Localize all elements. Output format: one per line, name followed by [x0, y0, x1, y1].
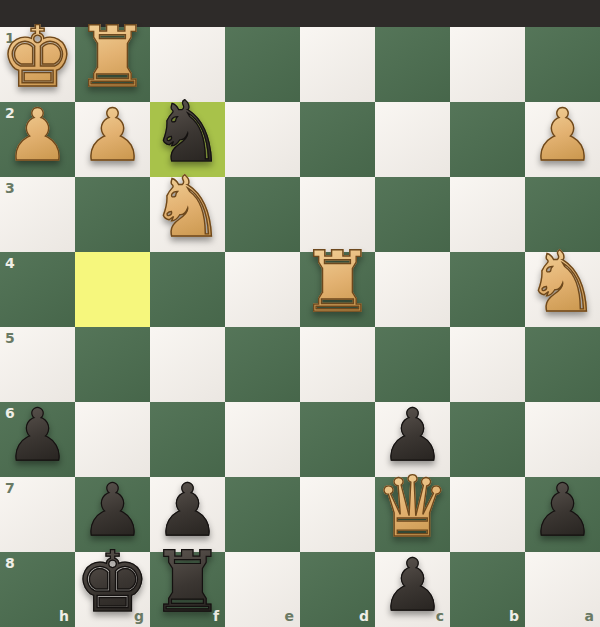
square-e3[interactable] — [225, 177, 300, 252]
square-a8[interactable]: a — [525, 552, 600, 627]
white-pawn-a2[interactable]: ♟ — [525, 102, 600, 177]
rank-label-5: 5 — [5, 331, 15, 345]
square-h4[interactable]: 4 — [0, 252, 75, 327]
rank-label-4: 4 — [5, 256, 15, 270]
square-d6[interactable] — [300, 402, 375, 477]
black-pawn-a7[interactable]: ♟ — [525, 477, 600, 552]
white-pawn-icon: ♟ — [5, 99, 70, 171]
square-e5[interactable] — [225, 327, 300, 402]
square-b4[interactable] — [450, 252, 525, 327]
file-label-d: d — [359, 609, 369, 623]
square-c1[interactable] — [375, 27, 450, 102]
white-knight-icon: ♞ — [525, 240, 600, 324]
square-h8[interactable]: 8h — [0, 552, 75, 627]
white-rook-g1[interactable]: ♜ — [75, 27, 150, 102]
black-pawn-icon: ♟ — [380, 549, 445, 621]
square-b7[interactable] — [450, 477, 525, 552]
square-h5[interactable]: 5 — [0, 327, 75, 402]
square-h7[interactable]: 7 — [0, 477, 75, 552]
square-e4[interactable] — [225, 252, 300, 327]
black-king-g8[interactable]: ♚ — [75, 552, 150, 627]
square-a5[interactable] — [525, 327, 600, 402]
rank-label-8: 8 — [5, 556, 15, 570]
square-b1[interactable] — [450, 27, 525, 102]
white-pawn-h2[interactable]: ♟ — [0, 102, 75, 177]
square-f5[interactable] — [150, 327, 225, 402]
chess-app-screen: 12345678hgfedcba ♚♜♟♟♞♟♞♜♞♟♟♟♟♛♟♚♜♟ — [0, 0, 600, 627]
black-pawn-c8[interactable]: ♟ — [375, 552, 450, 627]
black-pawn-icon: ♟ — [5, 399, 70, 471]
white-king-h1[interactable]: ♚ — [0, 27, 75, 102]
black-pawn-icon: ♟ — [530, 474, 595, 546]
file-label-b: b — [509, 609, 519, 623]
black-rook-icon: ♜ — [150, 540, 225, 624]
square-g5[interactable] — [75, 327, 150, 402]
white-pawn-g2[interactable]: ♟ — [75, 102, 150, 177]
white-queen-icon: ♛ — [375, 465, 450, 549]
square-b6[interactable] — [450, 402, 525, 477]
square-b2[interactable] — [450, 102, 525, 177]
square-d1[interactable] — [300, 27, 375, 102]
square-c5[interactable] — [375, 327, 450, 402]
white-rook-d4[interactable]: ♜ — [300, 252, 375, 327]
square-c2[interactable] — [375, 102, 450, 177]
square-b5[interactable] — [450, 327, 525, 402]
square-d2[interactable] — [300, 102, 375, 177]
black-rook-f8[interactable]: ♜ — [150, 552, 225, 627]
square-a6[interactable] — [525, 402, 600, 477]
square-c3[interactable] — [375, 177, 450, 252]
white-knight-a4[interactable]: ♞ — [525, 252, 600, 327]
file-label-a: a — [585, 609, 594, 623]
white-rook-icon: ♜ — [75, 15, 150, 99]
square-f6[interactable] — [150, 402, 225, 477]
white-pawn-icon: ♟ — [530, 99, 595, 171]
square-b3[interactable] — [450, 177, 525, 252]
square-a1[interactable] — [525, 27, 600, 102]
square-e6[interactable] — [225, 402, 300, 477]
square-g6[interactable] — [75, 402, 150, 477]
rank-label-7: 7 — [5, 481, 15, 495]
file-label-h: h — [59, 609, 69, 623]
white-knight-icon: ♞ — [150, 165, 225, 249]
square-c4[interactable] — [375, 252, 450, 327]
rank-label-3: 3 — [5, 181, 15, 195]
square-d5[interactable] — [300, 327, 375, 402]
file-label-e: e — [285, 609, 295, 623]
white-pawn-icon: ♟ — [80, 99, 145, 171]
square-e8[interactable]: e — [225, 552, 300, 627]
square-d8[interactable]: d — [300, 552, 375, 627]
white-rook-icon: ♜ — [300, 240, 375, 324]
chess-board: 12345678hgfedcba ♚♜♟♟♞♟♞♜♞♟♟♟♟♛♟♚♜♟ — [0, 27, 600, 627]
square-h3[interactable]: 3 — [0, 177, 75, 252]
square-d7[interactable] — [300, 477, 375, 552]
white-knight-f3[interactable]: ♞ — [150, 177, 225, 252]
black-pawn-h6[interactable]: ♟ — [0, 402, 75, 477]
square-g3[interactable] — [75, 177, 150, 252]
square-e1[interactable] — [225, 27, 300, 102]
square-e7[interactable] — [225, 477, 300, 552]
square-b8[interactable]: b — [450, 552, 525, 627]
white-queen-c7[interactable]: ♛ — [375, 477, 450, 552]
square-e2[interactable] — [225, 102, 300, 177]
square-g4-highlighted[interactable] — [75, 252, 150, 327]
black-king-icon: ♚ — [75, 540, 150, 624]
square-f4[interactable] — [150, 252, 225, 327]
white-king-icon: ♚ — [0, 15, 75, 99]
